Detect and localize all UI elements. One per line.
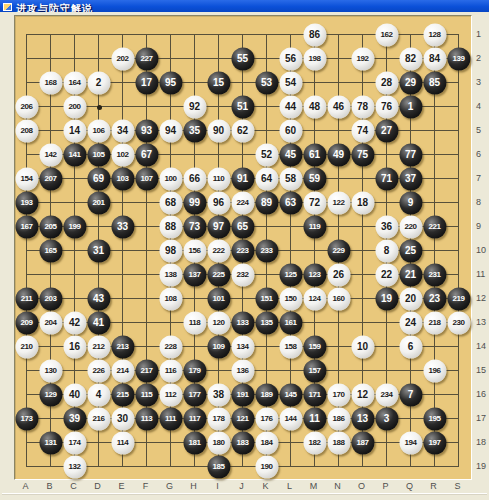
move-number: 186: [333, 414, 345, 424]
move-number: 97: [213, 222, 224, 232]
black-stone-J16: 191: [231, 383, 254, 406]
row-label-6: 6: [476, 149, 481, 158]
move-number: 195: [429, 414, 441, 424]
move-number: 72: [309, 198, 320, 208]
black-stone-M7: 59: [303, 167, 326, 190]
move-number: 15: [213, 78, 224, 88]
window-title: 进攻与防守解说: [16, 3, 93, 12]
move-number: 93: [141, 126, 152, 136]
row-label-14: 14: [476, 341, 486, 350]
white-stone-G15: 116: [159, 359, 182, 382]
move-number: 205: [45, 222, 57, 232]
black-stone-J10: 223: [231, 239, 254, 262]
black-stone-H18: 181: [183, 431, 206, 454]
row-label-1: 1: [476, 29, 481, 38]
black-stone-Q3: 29: [399, 71, 422, 94]
white-stone-O8: 18: [351, 191, 374, 214]
move-number: 29: [405, 78, 416, 88]
move-number: 16: [69, 342, 80, 352]
white-stone-D16: 4: [87, 383, 110, 406]
white-stone-O5: 74: [351, 119, 374, 142]
black-stone-Q7: 37: [399, 167, 422, 190]
move-number: 125: [285, 270, 297, 280]
row-label-10: 10: [476, 245, 486, 254]
black-stone-R18: 197: [423, 431, 446, 454]
black-stone-P5: 27: [375, 119, 398, 142]
white-stone-N18: 188: [327, 431, 350, 454]
move-number: 132: [69, 462, 81, 472]
move-number: 69: [93, 174, 104, 184]
move-number: 11: [309, 414, 320, 424]
move-number: 31: [93, 246, 104, 256]
move-number: 230: [453, 318, 465, 328]
white-stone-B13: 204: [39, 311, 62, 334]
black-stone-R12: 23: [423, 287, 446, 310]
move-number: 187: [357, 438, 369, 448]
black-stone-M14: 159: [303, 335, 326, 358]
move-number: 216: [93, 414, 105, 424]
move-number: 43: [93, 294, 104, 304]
white-stone-D17: 216: [87, 407, 110, 430]
black-stone-P7: 71: [375, 167, 398, 190]
move-number: 107: [141, 174, 153, 184]
white-stone-L14: 158: [279, 335, 302, 358]
black-stone-P17: 3: [375, 407, 398, 430]
white-stone-N4: 46: [327, 95, 350, 118]
black-stone-O18: 187: [351, 431, 374, 454]
black-stone-B12: 203: [39, 287, 62, 310]
black-stone-Q11: 21: [399, 263, 422, 286]
white-stone-I16: 38: [207, 383, 230, 406]
black-stone-J4: 51: [231, 95, 254, 118]
move-number: 1: [408, 102, 414, 112]
move-number: 124: [309, 294, 321, 304]
white-stone-G11: 138: [159, 263, 182, 286]
black-stone-K3: 53: [255, 71, 278, 94]
row-label-4: 4: [476, 101, 481, 110]
move-number: 219: [453, 294, 465, 304]
move-number: 204: [45, 318, 57, 328]
row-label-11: 11: [476, 269, 485, 278]
move-number: 111: [165, 414, 176, 424]
move-number: 98: [165, 246, 176, 256]
black-stone-F2: 227: [135, 47, 158, 70]
white-stone-M2: 198: [303, 47, 326, 70]
white-stone-L5: 60: [279, 119, 302, 142]
row-label-12: 12: [476, 293, 486, 302]
move-number: 58: [285, 174, 296, 184]
move-number: 9: [408, 198, 414, 208]
black-stone-O17: 13: [351, 407, 374, 430]
move-number: 120: [213, 318, 225, 328]
move-number: 142: [45, 150, 57, 160]
move-number: 165: [45, 246, 57, 256]
white-stone-N11: 26: [327, 263, 350, 286]
move-number: 26: [333, 270, 344, 280]
move-number: 22: [381, 270, 392, 280]
move-number: 201: [93, 198, 105, 208]
black-stone-Q6: 77: [399, 143, 422, 166]
move-number: 52: [261, 150, 272, 160]
move-number: 139: [453, 54, 465, 64]
move-number: 180: [213, 438, 225, 448]
white-stone-M18: 182: [303, 431, 326, 454]
black-stone-F6: 67: [135, 143, 158, 166]
white-stone-R13: 218: [423, 311, 446, 334]
white-stone-L2: 56: [279, 47, 302, 70]
black-stone-C6: 141: [63, 143, 86, 166]
black-stone-O6: 75: [351, 143, 374, 166]
white-stone-M12: 124: [303, 287, 326, 310]
white-stone-I8: 96: [207, 191, 230, 214]
move-number: 44: [285, 102, 296, 112]
black-stone-M11: 123: [303, 263, 326, 286]
move-number: 162: [381, 30, 393, 40]
black-stone-J2: 55: [231, 47, 254, 70]
move-number: 85: [429, 78, 440, 88]
white-stone-D14: 212: [87, 335, 110, 358]
white-stone-M1: 86: [303, 23, 326, 46]
move-number: 49: [333, 150, 344, 160]
white-stone-I10: 222: [207, 239, 230, 262]
move-number: 183: [237, 438, 249, 448]
move-number: 213: [117, 342, 129, 352]
white-stone-N8: 122: [327, 191, 350, 214]
black-stone-H8: 99: [183, 191, 206, 214]
col-label-L: L: [287, 482, 292, 491]
col-label-R: R: [430, 482, 437, 491]
move-number: 212: [93, 342, 105, 352]
move-number: 156: [189, 246, 201, 256]
white-stone-L4: 44: [279, 95, 302, 118]
move-number: 109: [213, 342, 225, 352]
move-number: 193: [21, 198, 33, 208]
move-number: 23: [429, 294, 440, 304]
white-stone-H10: 156: [183, 239, 206, 262]
col-label-B: B: [46, 482, 52, 491]
white-stone-G7: 100: [159, 167, 182, 190]
black-stone-F5: 93: [135, 119, 158, 142]
white-stone-E5: 34: [111, 119, 134, 142]
move-number: 112: [165, 390, 176, 400]
black-stone-I19: 185: [207, 455, 230, 478]
black-stone-L6: 45: [279, 143, 302, 166]
move-number: 194: [405, 438, 417, 448]
row-label-3: 3: [476, 77, 481, 86]
move-number: 27: [381, 126, 392, 136]
move-number: 188: [333, 438, 345, 448]
move-number: 20: [405, 294, 416, 304]
move-number: 229: [333, 246, 345, 256]
app-icon: [3, 3, 12, 11]
title-bar[interactable]: 进攻与防守解说: [0, 0, 489, 12]
move-number: 167: [21, 222, 33, 232]
move-number: 133: [237, 318, 249, 328]
white-stone-G14: 228: [159, 335, 182, 358]
white-stone-P1: 162: [375, 23, 398, 46]
move-number: 106: [93, 126, 105, 136]
white-stone-Q13: 24: [399, 311, 422, 334]
white-stone-E15: 214: [111, 359, 134, 382]
black-stone-G17: 111: [159, 407, 182, 430]
move-number: 18: [357, 198, 368, 208]
black-stone-Q10: 25: [399, 239, 422, 262]
white-stone-Q18: 194: [399, 431, 422, 454]
white-stone-G5: 94: [159, 119, 182, 142]
move-number: 217: [141, 366, 153, 376]
white-stone-P11: 22: [375, 263, 398, 286]
move-number: 164: [69, 78, 81, 88]
black-stone-J7: 91: [231, 167, 254, 190]
black-stone-C17: 39: [63, 407, 86, 430]
white-stone-E18: 114: [111, 431, 134, 454]
white-stone-K7: 64: [255, 167, 278, 190]
move-number: 88: [165, 222, 176, 232]
row-label-2: 2: [476, 53, 481, 62]
move-number: 144: [285, 414, 297, 424]
col-label-K: K: [262, 482, 268, 491]
move-number: 74: [357, 126, 368, 136]
black-stone-H11: 137: [183, 263, 206, 286]
status-divider: [2, 493, 487, 494]
white-stone-S13: 230: [447, 311, 470, 334]
black-stone-I9: 97: [207, 215, 230, 238]
black-stone-E9: 33: [111, 215, 134, 238]
white-stone-P9: 36: [375, 215, 398, 238]
white-stone-L3: 54: [279, 71, 302, 94]
col-label-E: E: [118, 482, 124, 491]
move-number: 220: [405, 222, 417, 232]
move-number: 65: [237, 222, 248, 232]
move-number: 178: [213, 414, 225, 424]
move-number: 117: [189, 414, 200, 424]
row-label-15: 15: [476, 365, 486, 374]
move-number: 179: [189, 366, 201, 376]
black-stone-J18: 183: [231, 431, 254, 454]
black-stone-B9: 205: [39, 215, 62, 238]
move-number: 122: [333, 198, 345, 208]
move-number: 55: [237, 54, 248, 64]
move-number: 145: [285, 390, 297, 400]
black-stone-B18: 131: [39, 431, 62, 454]
white-stone-G12: 108: [159, 287, 182, 310]
white-stone-R15: 196: [423, 359, 446, 382]
move-number: 53: [261, 78, 272, 88]
move-number: 8: [384, 246, 390, 256]
move-number: 184: [261, 438, 273, 448]
move-number: 185: [213, 462, 225, 472]
black-stone-F16: 115: [135, 383, 158, 406]
black-stone-I14: 109: [207, 335, 230, 358]
black-stone-E16: 215: [111, 383, 134, 406]
go-board[interactable]: 8616212820222755561981928284139168164217…: [14, 15, 472, 480]
move-number: 96: [213, 198, 224, 208]
black-stone-F7: 107: [135, 167, 158, 190]
black-stone-R9: 221: [423, 215, 446, 238]
white-stone-L12: 150: [279, 287, 302, 310]
white-stone-J14: 134: [231, 335, 254, 358]
move-number: 66: [189, 174, 200, 184]
black-stone-S12: 219: [447, 287, 470, 310]
move-number: 105: [93, 150, 105, 160]
move-number: 33: [117, 222, 128, 232]
white-stone-M4: 48: [303, 95, 326, 118]
move-number: 174: [69, 438, 81, 448]
move-number: 60: [285, 126, 296, 136]
move-number: 224: [237, 198, 249, 208]
move-number: 131: [45, 438, 57, 448]
white-stone-Q9: 220: [399, 215, 422, 238]
move-number: 210: [21, 342, 33, 352]
move-number: 208: [21, 126, 33, 136]
move-number: 101: [213, 294, 225, 304]
white-stone-E17: 30: [111, 407, 134, 430]
move-number: 94: [165, 126, 176, 136]
white-stone-G9: 88: [159, 215, 182, 238]
black-stone-E7: 103: [111, 167, 134, 190]
black-stone-S2: 139: [447, 47, 470, 70]
white-stone-R2: 84: [423, 47, 446, 70]
white-stone-C13: 42: [63, 311, 86, 334]
move-number: 48: [309, 102, 320, 112]
black-stone-F3: 17: [135, 71, 158, 94]
move-number: 7: [408, 390, 414, 400]
white-stone-J5: 62: [231, 119, 254, 142]
row-label-7: 7: [476, 173, 481, 182]
black-stone-L16: 145: [279, 383, 302, 406]
move-number: 234: [381, 390, 393, 400]
move-number: 116: [165, 366, 176, 376]
white-stone-M8: 72: [303, 191, 326, 214]
black-stone-L11: 125: [279, 263, 302, 286]
col-label-G: G: [166, 482, 173, 491]
white-stone-P16: 234: [375, 383, 398, 406]
move-number: 134: [237, 342, 249, 352]
move-number: 157: [309, 366, 321, 376]
black-stone-N10: 229: [327, 239, 350, 262]
black-stone-I3: 15: [207, 71, 230, 94]
move-number: 197: [429, 438, 441, 448]
move-number: 192: [357, 54, 369, 64]
move-number: 115: [141, 390, 152, 400]
move-number: 19: [381, 294, 392, 304]
white-stone-Q14: 6: [399, 335, 422, 358]
col-label-D: D: [94, 482, 101, 491]
move-number: 121: [237, 414, 249, 424]
black-stone-R3: 85: [423, 71, 446, 94]
move-number: 114: [117, 438, 128, 448]
black-stone-K10: 233: [255, 239, 278, 262]
move-number: 225: [213, 270, 225, 280]
move-number: 10: [357, 342, 368, 352]
white-stone-K17: 176: [255, 407, 278, 430]
black-stone-I12: 101: [207, 287, 230, 310]
white-stone-I5: 90: [207, 119, 230, 142]
move-number: 25: [405, 246, 416, 256]
move-number: 68: [165, 198, 176, 208]
move-number: 113: [141, 414, 152, 424]
move-number: 196: [429, 366, 441, 376]
move-number: 34: [117, 126, 128, 136]
black-stone-D12: 43: [87, 287, 110, 310]
move-number: 21: [405, 270, 416, 280]
black-stone-Q4: 1: [399, 95, 422, 118]
black-stone-K13: 135: [255, 311, 278, 334]
move-number: 218: [429, 318, 441, 328]
move-number: 128: [429, 30, 441, 40]
black-stone-M15: 157: [303, 359, 326, 382]
move-number: 45: [285, 150, 296, 160]
move-number: 61: [309, 150, 320, 160]
black-stone-I11: 225: [207, 263, 230, 286]
black-stone-B16: 129: [39, 383, 62, 406]
white-stone-I13: 120: [207, 311, 230, 334]
white-stone-C5: 14: [63, 119, 86, 142]
move-number: 63: [285, 198, 296, 208]
move-number: 17: [141, 78, 152, 88]
black-stone-P12: 19: [375, 287, 398, 310]
white-stone-D5: 106: [87, 119, 110, 142]
white-stone-Q2: 82: [399, 47, 422, 70]
col-label-J: J: [239, 482, 244, 491]
white-stone-A7: 154: [15, 167, 38, 190]
row-label-17: 17: [476, 413, 486, 422]
move-number: 203: [45, 294, 57, 304]
white-stone-N17: 186: [327, 407, 350, 430]
move-number: 223: [237, 246, 249, 256]
move-number: 158: [285, 342, 297, 352]
move-number: 75: [357, 150, 368, 160]
move-number: 89: [261, 198, 272, 208]
move-number: 78: [357, 102, 368, 112]
move-number: 51: [237, 102, 248, 112]
black-stone-D13: 41: [87, 311, 110, 334]
move-number: 207: [45, 174, 57, 184]
white-stone-C19: 132: [63, 455, 86, 478]
black-stone-D8: 201: [87, 191, 110, 214]
row-label-18: 18: [476, 437, 486, 446]
row-label-5: 5: [476, 125, 481, 134]
black-stone-B7: 207: [39, 167, 62, 190]
move-number: 99: [189, 198, 200, 208]
move-number: 182: [309, 438, 321, 448]
white-stone-J11: 232: [231, 263, 254, 286]
black-stone-R11: 231: [423, 263, 446, 286]
black-stone-B10: 165: [39, 239, 62, 262]
row-label-19: 19: [476, 461, 486, 470]
move-number: 95: [165, 78, 176, 88]
col-label-M: M: [310, 482, 318, 491]
black-stone-H5: 35: [183, 119, 206, 142]
black-stone-J13: 133: [231, 311, 254, 334]
move-number: 221: [429, 222, 441, 232]
move-number: 189: [261, 390, 273, 400]
move-number: 154: [21, 174, 33, 184]
move-number: 102: [117, 150, 129, 160]
white-stone-A14: 210: [15, 335, 38, 358]
white-stone-H7: 66: [183, 167, 206, 190]
black-stone-Q16: 7: [399, 383, 422, 406]
move-number: 100: [165, 174, 177, 184]
move-number: 171: [309, 390, 321, 400]
white-stone-I17: 178: [207, 407, 230, 430]
move-number: 161: [285, 318, 297, 328]
white-stone-C14: 16: [63, 335, 86, 358]
white-stone-D3: 2: [87, 71, 110, 94]
move-number: 226: [93, 366, 105, 376]
black-stone-M9: 119: [303, 215, 326, 238]
black-stone-N6: 49: [327, 143, 350, 166]
